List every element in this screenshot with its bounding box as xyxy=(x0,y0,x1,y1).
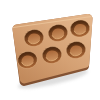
muffin-pan-image xyxy=(0,0,100,100)
product-photo-muffin-pan xyxy=(0,0,100,100)
